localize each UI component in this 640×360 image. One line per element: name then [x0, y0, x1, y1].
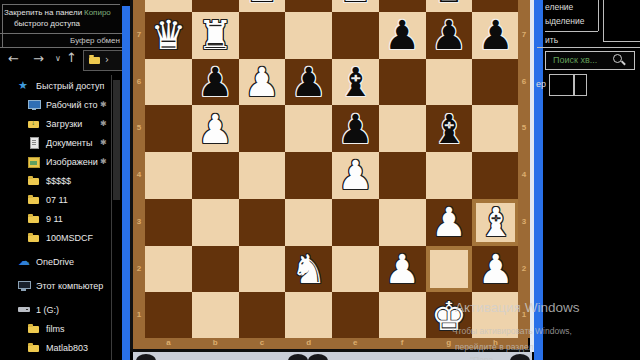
chess-window-right-edge: [534, 0, 543, 360]
sidebar-item-3[interactable]: Документы✱: [0, 133, 111, 152]
rank-label-2: 2: [133, 264, 145, 273]
black-pawn-d6[interactable]: ♟: [291, 59, 327, 105]
black-rook-c8[interactable]: ♜: [244, 0, 280, 11]
selection-menu-fragment-3[interactable]: ить: [545, 35, 558, 45]
square-a8[interactable]: [145, 0, 192, 12]
square-f3[interactable]: [379, 199, 426, 246]
explorer-sidebar: Быстрый доступРабочий сто✱Загрузки✱Докум…: [0, 76, 111, 360]
sidebar-item-11[interactable]: 1 (G:): [0, 300, 111, 319]
white-rook-b7[interactable]: ♜: [197, 12, 233, 58]
square-b8[interactable]: [192, 0, 239, 12]
square-h2[interactable]: ♟: [472, 246, 519, 293]
rank-label-7: 7: [518, 30, 530, 39]
sidebar-item-4[interactable]: Изображени✱: [0, 152, 111, 171]
rank-label-7: 7: [133, 30, 145, 39]
black-bishop-g5[interactable]: ♝: [431, 106, 467, 152]
square-f7[interactable]: ♟: [379, 12, 426, 59]
file-label-e: e: [332, 338, 379, 347]
square-h3[interactable]: ♝: [472, 199, 519, 246]
square-e5[interactable]: ♟: [332, 105, 379, 152]
white-queen-a7[interactable]: ♛: [150, 12, 186, 58]
black-pawn-h7[interactable]: ♟: [478, 12, 514, 58]
rank-label-5: 5: [518, 123, 530, 132]
star-icon: [18, 80, 30, 91]
square-e7[interactable]: [332, 12, 379, 59]
address-folder-icon: [89, 57, 100, 64]
captured-piece-top: [308, 354, 328, 360]
sidebar-item-9[interactable]: OneDrive: [0, 252, 111, 271]
captured-pieces-tray: [133, 352, 532, 360]
selection-menu-fragment-1[interactable]: еление: [545, 2, 573, 12]
rank-labels-left: 7654321: [133, 0, 145, 349]
search-placeholder: Поиск хв...: [553, 55, 597, 65]
file-label-b: b: [192, 338, 239, 347]
file-label-c: c: [238, 338, 285, 347]
square-h5[interactable]: [472, 105, 519, 152]
square-h8[interactable]: [472, 0, 519, 12]
white-pawn-b5[interactable]: ♟: [197, 106, 233, 152]
sidebar-item-label: 1 (G:): [36, 305, 59, 315]
pin-icon[interactable]: ✱: [100, 119, 107, 128]
board-grid: ♜♜♚♛♜♟♟♟♟♟♟♝♟♟♝♟♟♝♞♟♟♚: [145, 0, 519, 338]
recent-dropdown-icon[interactable]: ∨: [55, 54, 61, 63]
square-g7[interactable]: ♟: [426, 12, 473, 59]
folder-icon: [28, 323, 40, 334]
ribbon-divider: [0, 33, 122, 34]
square-h1[interactable]: [472, 292, 519, 338]
sidebar-item-label: Этот компьютер: [36, 281, 103, 291]
rank-label-1: 1: [133, 310, 145, 319]
square-g6[interactable]: [426, 59, 473, 106]
square-a3[interactable]: [145, 199, 192, 246]
downloads-icon: [28, 118, 40, 129]
folder-icon: [28, 232, 40, 243]
folder-icon: [28, 342, 40, 353]
pin-icon[interactable]: ✱: [100, 157, 107, 166]
square-f8[interactable]: [379, 0, 426, 12]
sidebar-item-1[interactable]: Рабочий сто✱: [0, 95, 111, 114]
white-king-g1[interactable]: ♚: [431, 293, 467, 338]
white-pawn-c6[interactable]: ♟: [244, 59, 280, 105]
square-c2[interactable]: [239, 246, 286, 293]
square-d2[interactable]: ♞: [285, 246, 332, 293]
square-g1[interactable]: ♚: [426, 292, 473, 338]
captured-piece-top: [288, 354, 308, 360]
square-g8[interactable]: ♚: [426, 0, 473, 12]
square-e4[interactable]: ♟: [332, 152, 379, 199]
sidebar-item-7[interactable]: 9 11: [0, 209, 111, 228]
sidebar-divider: [111, 75, 112, 360]
sidebar-item-5[interactable]: $$$$$: [0, 171, 111, 190]
black-bishop-e6[interactable]: ♝: [337, 59, 373, 105]
ribbon-small-box-1: [549, 74, 575, 96]
square-b7[interactable]: ♜: [192, 12, 239, 59]
ribbon-group-vline: [598, 0, 599, 31]
rank-label-3: 3: [518, 217, 530, 226]
address-bar[interactable]: ›: [83, 50, 123, 71]
black-pawn-g7[interactable]: ♟: [431, 12, 467, 58]
square-f6[interactable]: [379, 59, 426, 106]
folder-icon: [28, 194, 40, 205]
rank-label-3: 3: [133, 217, 145, 226]
square-e8[interactable]: ♜: [332, 0, 379, 12]
black-king-g8[interactable]: ♚: [431, 0, 467, 11]
square-d5[interactable]: [285, 105, 332, 152]
square-h6[interactable]: [472, 59, 519, 106]
sidebar-item-label: Рабочий сто: [46, 100, 97, 110]
rank-label-4: 4: [133, 170, 145, 179]
square-f5[interactable]: [379, 105, 426, 152]
black-pawn-f7[interactable]: ♟: [384, 12, 420, 58]
square-a1[interactable]: [145, 292, 192, 338]
docs-icon: [28, 137, 40, 148]
sidebar-item-0[interactable]: Быстрый доступ: [0, 76, 111, 95]
ribbon-border-top: [2, 4, 120, 5]
sidebar-item-label: Изображени: [46, 157, 98, 167]
sidebar-item-6[interactable]: 07 11: [0, 190, 111, 209]
pin-icon[interactable]: ✱: [100, 100, 107, 109]
square-h4[interactable]: [472, 152, 519, 199]
file-label-h: h: [472, 338, 519, 347]
square-g2[interactable]: [426, 246, 473, 293]
square-d8[interactable]: [285, 0, 332, 12]
sidebar-item-12[interactable]: films: [0, 319, 111, 338]
desktop-icon: [28, 99, 40, 110]
sidebar-scrollbar[interactable]: [113, 80, 120, 200]
file-labels: abcdefgh: [133, 338, 528, 349]
square-a2[interactable]: [145, 246, 192, 293]
white-pawn-g3[interactable]: ♟: [431, 199, 467, 245]
square-e2[interactable]: [332, 246, 379, 293]
ribbon-group-box: [603, 0, 640, 42]
square-d6[interactable]: ♟: [285, 59, 332, 106]
chess-board: ♜♜♚♛♜♟♟♟♟♟♟♝♟♟♝♟♟♝♞♟♟♚: [145, 0, 519, 338]
explorer-ribbon: Закрепить на панели быстрого доступа Коп…: [0, 0, 122, 48]
drive-icon: [18, 304, 30, 315]
sidebar-item-label: Быстрый доступ: [36, 81, 104, 91]
square-b5[interactable]: ♟: [192, 105, 239, 152]
folder-icon: [28, 213, 40, 224]
ribbon-group-line: [545, 31, 598, 32]
square-b6[interactable]: ♟: [192, 59, 239, 106]
square-b1[interactable]: [192, 292, 239, 338]
square-c7[interactable]: [239, 12, 286, 59]
square-d4[interactable]: [285, 152, 332, 199]
square-c4[interactable]: [239, 152, 286, 199]
rank-labels-right: 7654321: [518, 0, 530, 338]
file-label-f: f: [379, 338, 426, 347]
sidebar-item-label: OneDrive: [36, 257, 74, 267]
square-g4[interactable]: [426, 152, 473, 199]
sidebar-item-8[interactable]: 100MSDCF: [0, 228, 111, 247]
square-f2[interactable]: ♟: [379, 246, 426, 293]
folder-icon: [28, 175, 40, 186]
square-e6[interactable]: ♝: [332, 59, 379, 106]
rank-label-2: 2: [518, 264, 530, 273]
selection-menu-fragment-2[interactable]: ыделение: [545, 16, 584, 26]
square-d7[interactable]: [285, 12, 332, 59]
rank-label-1: 1: [518, 310, 530, 319]
captured-piece-top: [136, 354, 156, 360]
square-c6[interactable]: ♟: [239, 59, 286, 106]
sidebar-item-label: Загрузки: [46, 119, 82, 129]
up-arrow-icon[interactable]: ↑: [66, 50, 77, 65]
sidebar-item-label: $$$$$: [46, 176, 71, 186]
captured-piece-top: [510, 354, 530, 360]
breadcrumb-chevron-icon: ›: [105, 54, 109, 65]
rank-label-4: 4: [518, 170, 530, 179]
white-bishop-h3[interactable]: ♝: [478, 199, 514, 245]
square-g5[interactable]: ♝: [426, 105, 473, 152]
ribbon-bottom-line: [537, 47, 640, 48]
rank-label-6: 6: [518, 77, 530, 86]
pin-icon[interactable]: ✱: [100, 138, 107, 147]
forward-arrow-icon[interactable]: →: [33, 51, 44, 66]
black-pawn-b6[interactable]: ♟: [197, 59, 233, 105]
file-label-g: g: [425, 338, 472, 347]
chess-window-left-edge: [122, 6, 130, 360]
rank-label-5: 5: [133, 123, 145, 132]
black-rook-e8[interactable]: ♜: [337, 0, 373, 11]
black-pawn-e5[interactable]: ♟: [337, 106, 373, 152]
clipboard-fragment: ер: [536, 79, 546, 89]
file-label-d: d: [285, 338, 332, 347]
sidebar-item-label: 9 11: [46, 214, 63, 224]
square-a5[interactable]: [145, 105, 192, 152]
copy-button[interactable]: Копиро: [84, 8, 111, 17]
square-a4[interactable]: [145, 152, 192, 199]
square-f4[interactable]: [379, 152, 426, 199]
square-b2[interactable]: [192, 246, 239, 293]
sidebar-item-label: films: [46, 324, 65, 334]
pin-to-quick-access-button[interactable]: Закрепить на панели: [4, 8, 82, 17]
sidebar-item-2[interactable]: Загрузки✱: [0, 114, 111, 133]
pc-icon: [18, 280, 30, 291]
file-label-a: a: [145, 338, 192, 347]
square-f1[interactable]: [379, 292, 426, 338]
sidebar-item-13[interactable]: Matlab803: [0, 338, 111, 357]
ribbon-small-box-2: [573, 74, 587, 96]
square-c8[interactable]: ♜: [239, 0, 286, 12]
square-d1[interactable]: [285, 292, 332, 338]
cloud-icon: [18, 256, 30, 267]
clipboard-group-label: Буфер обмен: [0, 36, 120, 45]
square-e3[interactable]: [332, 199, 379, 246]
square-a7[interactable]: ♛: [145, 12, 192, 59]
square-b4[interactable]: [192, 152, 239, 199]
white-pawn-h2[interactable]: ♟: [478, 246, 514, 292]
square-c1[interactable]: [239, 292, 286, 338]
square-a6[interactable]: [145, 59, 192, 106]
square-d3[interactable]: [285, 199, 332, 246]
sidebar-item-10[interactable]: Этот компьютер: [0, 276, 111, 295]
screen: Закрепить на панели быстрого доступа Коп…: [0, 0, 640, 360]
pictures-icon: [28, 156, 40, 167]
pin-to-quick-access-button-line2[interactable]: быстрого доступа: [14, 19, 80, 28]
white-knight-d2[interactable]: ♞: [291, 246, 327, 292]
sidebar-item-label: 07 11: [46, 195, 68, 205]
square-c5[interactable]: [239, 105, 286, 152]
sidebar-item-label: 100MSDCF: [46, 233, 93, 243]
square-g3[interactable]: ♟: [426, 199, 473, 246]
sidebar-item-label: Matlab803: [46, 343, 88, 353]
sidebar-item-label: Документы: [46, 138, 92, 148]
white-pawn-f2[interactable]: ♟: [384, 246, 420, 292]
square-e1[interactable]: [332, 292, 379, 338]
rank-label-6: 6: [133, 77, 145, 86]
square-c3[interactable]: [239, 199, 286, 246]
square-h7[interactable]: ♟: [472, 12, 519, 59]
white-pawn-e4[interactable]: ♟: [337, 152, 373, 198]
square-b3[interactable]: [192, 199, 239, 246]
back-arrow-icon[interactable]: ←: [8, 51, 19, 66]
